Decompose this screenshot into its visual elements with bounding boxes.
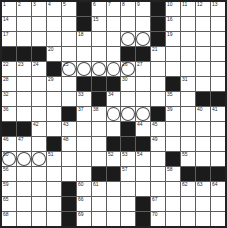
clue-number: 52	[108, 152, 114, 157]
cell-r15c4[interactable]	[47, 212, 61, 226]
black-cell-r6c8	[107, 77, 121, 91]
clue-number: 55	[182, 152, 188, 157]
cell-r15c2[interactable]	[17, 212, 31, 226]
cell-r5c10[interactable]: 27	[136, 62, 150, 76]
cell-r12c11[interactable]	[151, 167, 165, 181]
cell-r10c5[interactable]: 48	[62, 137, 76, 151]
cell-r12c9[interactable]: 57	[121, 167, 135, 181]
cell-r3c6[interactable]: 18	[77, 32, 91, 46]
cell-r7c8[interactable]: 34	[107, 92, 121, 106]
cell-r8c10[interactable]	[136, 107, 150, 121]
cell-r12c6[interactable]	[77, 167, 91, 181]
cell-r14c4[interactable]	[47, 197, 61, 211]
clue-number: 37	[78, 107, 84, 112]
cell-r1c14[interactable]: 12	[196, 2, 210, 16]
black-cell-r12c13	[181, 167, 195, 181]
cell-r11c7[interactable]	[92, 152, 106, 166]
cell-r4c14[interactable]	[196, 47, 210, 61]
cell-r10c15[interactable]	[211, 137, 225, 151]
cell-r9c13[interactable]	[181, 122, 195, 136]
black-cell-r8c5	[62, 107, 76, 121]
black-cell-r1c11	[151, 2, 165, 16]
cell-r6c4[interactable]: 29	[47, 77, 61, 91]
cell-r8c9[interactable]	[121, 107, 135, 121]
cell-r13c11[interactable]	[151, 182, 165, 196]
clue-number: 65	[3, 197, 9, 202]
clue-number: 23	[18, 62, 24, 67]
cell-r12c1[interactable]: 56	[2, 167, 16, 181]
black-cell-r7c14	[196, 92, 210, 106]
cell-r15c11[interactable]: 70	[151, 212, 165, 226]
clue-number: 28	[3, 77, 9, 82]
clue-number: 49	[152, 137, 158, 142]
clue-number: 8	[122, 2, 125, 7]
clue-number: 14	[3, 17, 9, 22]
black-cell-r15c5	[62, 212, 76, 226]
cell-r11c13[interactable]: 55	[181, 152, 195, 166]
cell-r13c1[interactable]: 59	[2, 182, 16, 196]
black-cell-r2c6	[77, 17, 91, 31]
cell-r11c4[interactable]: 51	[47, 152, 61, 166]
clue-number: 26	[122, 62, 128, 67]
clue-number: 40	[197, 107, 203, 112]
cell-r13c9[interactable]	[121, 182, 135, 196]
cell-r2c12[interactable]: 16	[166, 17, 180, 31]
clue-number: 1	[3, 2, 6, 7]
cell-r11c14[interactable]	[196, 152, 210, 166]
cell-r5c15[interactable]	[211, 62, 225, 76]
cell-r1c8[interactable]: 7	[107, 2, 121, 16]
cell-r11c5[interactable]	[62, 152, 76, 166]
cell-r1c13[interactable]: 11	[181, 2, 195, 16]
cell-r4c7[interactable]	[92, 47, 106, 61]
cell-r6c11[interactable]	[151, 77, 165, 91]
clue-number: 35	[167, 92, 173, 97]
clue-number: 68	[3, 212, 9, 217]
cell-r2c8[interactable]	[107, 17, 121, 31]
black-cell-r4c1	[2, 47, 16, 61]
cell-r11c1[interactable]: 50	[2, 152, 16, 166]
cell-r2c14[interactable]	[196, 17, 210, 31]
circle-marker	[136, 107, 150, 121]
cell-r8c7[interactable]: 38	[92, 107, 106, 121]
clue-number: 27	[137, 62, 143, 67]
cell-r7c9[interactable]	[121, 92, 135, 106]
black-cell-r11c12	[166, 152, 180, 166]
circle-marker	[107, 62, 121, 76]
cell-r7c6[interactable]: 33	[77, 92, 91, 106]
cell-r9c14[interactable]	[196, 122, 210, 136]
cell-r14c11[interactable]: 67	[151, 197, 165, 211]
circle-marker	[121, 107, 135, 121]
cell-r8c3[interactable]	[32, 107, 46, 121]
cell-r14c13[interactable]	[181, 197, 195, 211]
cell-r3c14[interactable]	[196, 32, 210, 46]
cell-r9c4[interactable]	[47, 122, 61, 136]
cell-r4c6[interactable]	[77, 47, 91, 61]
cell-r14c1[interactable]: 65	[2, 197, 16, 211]
clue-number: 38	[93, 107, 99, 112]
clue-number: 19	[167, 32, 173, 37]
cell-r5c5[interactable]: 25	[62, 62, 76, 76]
black-cell-r4c3	[32, 47, 46, 61]
clue-number: 44	[137, 122, 143, 127]
cell-r4c8[interactable]	[107, 47, 121, 61]
cell-r5c11[interactable]	[151, 62, 165, 76]
cell-r13c14[interactable]: 63	[196, 182, 210, 196]
clue-number: 41	[212, 107, 218, 112]
cell-r9c15[interactable]	[211, 122, 225, 136]
cell-r11c11[interactable]	[151, 152, 165, 166]
cell-r14c12[interactable]	[166, 197, 180, 211]
clue-number: 33	[78, 92, 84, 97]
clue-number: 54	[137, 152, 143, 157]
cell-r3c7[interactable]	[92, 32, 106, 46]
cell-r15c14[interactable]	[196, 212, 210, 226]
black-cell-r15c10	[136, 212, 150, 226]
cell-r6c10[interactable]	[136, 77, 150, 91]
cell-r4c4[interactable]: 20	[47, 47, 61, 61]
cell-r15c13[interactable]	[181, 212, 195, 226]
black-cell-r6c7	[92, 77, 106, 91]
cell-r3c3[interactable]	[32, 32, 46, 46]
clue-number: 21	[152, 47, 158, 52]
clue-number: 25	[63, 62, 69, 67]
cell-r6c5[interactable]	[62, 77, 76, 91]
clue-number: 61	[93, 182, 99, 187]
cell-r10c3[interactable]	[32, 137, 46, 151]
clue-number: 64	[212, 182, 218, 187]
cell-r6c3[interactable]	[32, 77, 46, 91]
cell-r7c13[interactable]	[181, 92, 195, 106]
cell-r13c2[interactable]	[17, 182, 31, 196]
clue-number: 22	[3, 62, 9, 67]
cell-r11c6[interactable]	[77, 152, 91, 166]
clue-number: 34	[108, 92, 114, 97]
crossword-board: 1234567891011121314151617181920212223242…	[0, 0, 227, 228]
cell-r5c6[interactable]	[77, 62, 91, 76]
black-cell-r9c1	[2, 122, 16, 136]
cell-r14c8[interactable]	[107, 197, 121, 211]
clue-number: 15	[93, 17, 99, 22]
clue-number: 13	[212, 2, 218, 7]
black-cell-r9c2	[17, 122, 31, 136]
cell-r14c6[interactable]: 66	[77, 197, 91, 211]
cell-r12c5[interactable]	[62, 167, 76, 181]
clue-number: 58	[167, 167, 173, 172]
clue-number: 24	[33, 62, 39, 67]
cell-r3c5[interactable]	[62, 32, 76, 46]
cell-r8c2[interactable]	[17, 107, 31, 121]
clue-number: 16	[167, 17, 173, 22]
cell-r13c13[interactable]: 62	[181, 182, 195, 196]
black-cell-r10c10	[136, 137, 150, 151]
clue-number: 67	[152, 197, 158, 202]
cell-r5c2[interactable]: 23	[17, 62, 31, 76]
cell-r3c15[interactable]	[211, 32, 225, 46]
cell-r13c4[interactable]	[47, 182, 61, 196]
cell-r8c6[interactable]: 37	[77, 107, 91, 121]
cell-r1c10[interactable]: 9	[136, 2, 150, 16]
cell-r10c7[interactable]	[92, 137, 106, 151]
clue-number: 18	[78, 32, 84, 37]
cell-r3c2[interactable]	[17, 32, 31, 46]
cell-r10c12[interactable]	[166, 137, 180, 151]
cell-r3c4[interactable]	[47, 32, 61, 46]
cell-r2c15[interactable]	[211, 17, 225, 31]
black-cell-r12c15	[211, 167, 225, 181]
cell-r8c12[interactable]: 39	[166, 107, 180, 121]
cell-r13c15[interactable]: 64	[211, 182, 225, 196]
clue-number: 29	[48, 77, 54, 82]
cell-r7c4[interactable]	[47, 92, 61, 106]
cell-r15c8[interactable]	[107, 212, 121, 226]
cell-r15c12[interactable]	[166, 212, 180, 226]
cell-r2c10[interactable]	[136, 17, 150, 31]
cell-r13c7[interactable]: 61	[92, 182, 106, 196]
cell-r5c9[interactable]: 26	[121, 62, 135, 76]
cell-r2c5[interactable]	[62, 17, 76, 31]
cell-r2c9[interactable]	[121, 17, 135, 31]
black-cell-r2c11	[151, 17, 165, 31]
cell-r8c4[interactable]	[47, 107, 61, 121]
cell-r15c9[interactable]	[121, 212, 135, 226]
circle-marker	[121, 32, 135, 46]
circle-marker	[32, 152, 46, 166]
cell-r4c12[interactable]	[166, 47, 180, 61]
cell-r3c12[interactable]: 19	[166, 32, 180, 46]
cell-r5c14[interactable]	[196, 62, 210, 76]
clue-number: 48	[63, 137, 69, 142]
black-cell-r7c15	[211, 92, 225, 106]
black-cell-r10c4	[47, 137, 61, 151]
clue-number: 51	[48, 152, 54, 157]
cell-r9c3[interactable]: 42	[32, 122, 46, 136]
cell-r15c6[interactable]: 69	[77, 212, 91, 226]
clue-number: 42	[33, 122, 39, 127]
cell-r8c13[interactable]	[181, 107, 195, 121]
cell-r4c11[interactable]: 21	[151, 47, 165, 61]
cell-r14c7[interactable]	[92, 197, 106, 211]
cell-r8c8[interactable]	[107, 107, 121, 121]
clue-number: 17	[3, 32, 9, 37]
cell-r14c2[interactable]	[17, 197, 31, 211]
clue-number: 30	[122, 77, 128, 82]
cell-r13c3[interactable]	[32, 182, 46, 196]
circle-marker	[107, 107, 121, 121]
cell-r1c4[interactable]: 4	[47, 2, 61, 16]
clue-number: 9	[137, 2, 140, 7]
cell-r7c3[interactable]	[32, 92, 46, 106]
circle-marker	[17, 152, 31, 166]
cell-r1c3[interactable]: 3	[32, 2, 46, 16]
clue-number: 45	[152, 122, 158, 127]
cell-r15c7[interactable]	[92, 212, 106, 226]
cell-r1c1[interactable]: 1	[2, 2, 16, 16]
cell-r10c2[interactable]: 47	[17, 137, 31, 151]
cell-r6c1[interactable]: 28	[2, 77, 16, 91]
cell-r10c11[interactable]: 49	[151, 137, 165, 151]
cell-r13c10[interactable]	[136, 182, 150, 196]
cell-r2c13[interactable]	[181, 17, 195, 31]
cell-r13c8[interactable]	[107, 182, 121, 196]
cell-r6c13[interactable]: 31	[181, 77, 195, 91]
cell-r5c7[interactable]	[92, 62, 106, 76]
cell-r14c3[interactable]	[32, 197, 46, 211]
cell-r2c7[interactable]: 15	[92, 17, 106, 31]
clue-number: 6	[93, 2, 96, 7]
circle-marker	[77, 62, 91, 76]
cell-r1c7[interactable]: 6	[92, 2, 106, 16]
clue-number: 59	[3, 182, 9, 187]
clue-number: 32	[3, 92, 9, 97]
cell-r4c15[interactable]	[211, 47, 225, 61]
cell-r9c11[interactable]: 45	[151, 122, 165, 136]
cell-r3c1[interactable]: 17	[2, 32, 16, 46]
clue-number: 63	[197, 182, 203, 187]
cell-r11c9[interactable]: 53	[121, 152, 135, 166]
cell-r4c5[interactable]	[62, 47, 76, 61]
cell-r9c7[interactable]	[92, 122, 106, 136]
clue-number: 56	[3, 167, 9, 172]
cell-r14c15[interactable]	[211, 197, 225, 211]
black-cell-r10c8	[107, 137, 121, 151]
cell-r14c14[interactable]	[196, 197, 210, 211]
cell-r7c11[interactable]	[151, 92, 165, 106]
black-cell-r1c6	[77, 2, 91, 16]
clue-number: 50	[3, 152, 9, 157]
cell-r12c2[interactable]	[17, 167, 31, 181]
cell-r3c13[interactable]	[181, 32, 195, 46]
black-cell-r7c7	[92, 92, 106, 106]
clue-number: 20	[48, 47, 54, 52]
clue-number: 31	[182, 77, 188, 82]
cell-r6c15[interactable]	[211, 77, 225, 91]
black-cell-r14c5	[62, 197, 76, 211]
cell-r14c9[interactable]	[121, 197, 135, 211]
cell-r9c5[interactable]: 43	[62, 122, 76, 136]
cell-r1c9[interactable]: 8	[121, 2, 135, 16]
black-cell-r12c7	[92, 167, 106, 181]
circle-marker	[136, 32, 150, 46]
clue-number: 5	[63, 2, 66, 7]
clue-number: 10	[167, 2, 173, 7]
cell-r11c15[interactable]	[211, 152, 225, 166]
cell-r5c1[interactable]: 22	[2, 62, 16, 76]
cell-r2c1[interactable]: 14	[2, 17, 16, 31]
cell-r8c1[interactable]: 36	[2, 107, 16, 121]
cell-r8c15[interactable]: 41	[211, 107, 225, 121]
cell-r9c6[interactable]	[77, 122, 91, 136]
clue-number: 47	[18, 137, 24, 142]
black-cell-r8c11	[151, 107, 165, 121]
black-cell-r12c8	[107, 167, 121, 181]
cell-r2c2[interactable]	[17, 17, 31, 31]
cell-r13c6[interactable]: 60	[77, 182, 91, 196]
cell-r10c1[interactable]: 46	[2, 137, 16, 151]
cell-r5c8[interactable]	[107, 62, 121, 76]
clue-number: 3	[33, 2, 36, 7]
cell-r1c5[interactable]: 5	[62, 2, 76, 16]
cell-r12c12[interactable]: 58	[166, 167, 180, 181]
clue-number: 43	[63, 122, 69, 127]
clue-number: 4	[48, 2, 51, 7]
black-cell-r10c9	[121, 137, 135, 151]
cell-r7c12[interactable]: 35	[166, 92, 180, 106]
clue-number: 2	[18, 2, 21, 7]
cell-r15c1[interactable]: 68	[2, 212, 16, 226]
cell-r6c2[interactable]	[17, 77, 31, 91]
cell-r7c2[interactable]	[17, 92, 31, 106]
cell-r9c10[interactable]: 44	[136, 122, 150, 136]
cell-r3c10[interactable]	[136, 32, 150, 46]
clue-number: 39	[167, 107, 173, 112]
cell-r7c5[interactable]	[62, 92, 76, 106]
cell-r9c8[interactable]	[107, 122, 121, 136]
cell-r2c4[interactable]	[47, 17, 61, 31]
black-cell-r6c6	[77, 77, 91, 91]
black-cell-r12c14	[196, 167, 210, 181]
cell-r5c3[interactable]: 24	[32, 62, 46, 76]
clue-number: 69	[78, 212, 84, 217]
black-cell-r14c10	[136, 197, 150, 211]
cell-r6c9[interactable]: 30	[121, 77, 135, 91]
cell-r15c3[interactable]	[32, 212, 46, 226]
cell-r1c15[interactable]: 13	[211, 2, 225, 16]
circle-marker	[92, 62, 106, 76]
cell-r13c12[interactable]	[166, 182, 180, 196]
black-cell-r3c11	[151, 32, 165, 46]
cell-r12c4[interactable]	[47, 167, 61, 181]
black-cell-r9c9	[121, 122, 135, 136]
cell-r7c1[interactable]: 32	[2, 92, 16, 106]
cell-r11c2[interactable]	[17, 152, 31, 166]
cell-r10c14[interactable]	[196, 137, 210, 151]
cell-r1c2[interactable]: 2	[17, 2, 31, 16]
cell-r3c8[interactable]	[107, 32, 121, 46]
cell-r5c13[interactable]	[181, 62, 195, 76]
clue-number: 46	[3, 137, 9, 142]
cell-r3c9[interactable]	[121, 32, 135, 46]
black-cell-r4c2	[17, 47, 31, 61]
cell-r11c8[interactable]: 52	[107, 152, 121, 166]
cell-r8c14[interactable]: 40	[196, 107, 210, 121]
clue-number: 60	[78, 182, 84, 187]
black-cell-r4c10	[136, 47, 150, 61]
clue-number: 57	[122, 167, 128, 172]
cell-r6c14[interactable]	[196, 77, 210, 91]
clue-number: 53	[122, 152, 128, 157]
cell-r15c15[interactable]	[211, 212, 225, 226]
clue-number: 7	[108, 2, 111, 7]
clue-number: 70	[152, 212, 158, 217]
cell-r4c13[interactable]	[181, 47, 195, 61]
cell-r10c6[interactable]	[77, 137, 91, 151]
cell-r12c3[interactable]	[32, 167, 46, 181]
cell-r12c10[interactable]	[136, 167, 150, 181]
cell-r11c3[interactable]	[32, 152, 46, 166]
cell-r1c12[interactable]: 10	[166, 2, 180, 16]
cell-r2c3[interactable]	[32, 17, 46, 31]
cell-r9c12[interactable]	[166, 122, 180, 136]
black-cell-r5c4	[47, 62, 61, 76]
black-cell-r4c9	[121, 47, 135, 61]
cell-r5c12[interactable]	[166, 62, 180, 76]
clue-number: 62	[182, 182, 188, 187]
cell-r10c13[interactable]	[181, 137, 195, 151]
cell-r11c10[interactable]: 54	[136, 152, 150, 166]
cell-r7c10[interactable]	[136, 92, 150, 106]
